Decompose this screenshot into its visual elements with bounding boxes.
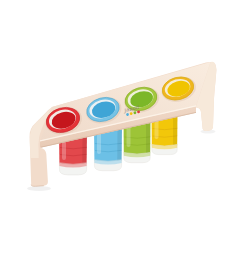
left-foot-shadow	[27, 186, 51, 191]
blue-cup-side-shade	[117, 125, 122, 162]
green-cup-side-shade	[146, 119, 151, 154]
product-photo: janod	[0, 0, 242, 257]
toy-illustration: janod	[0, 0, 242, 257]
